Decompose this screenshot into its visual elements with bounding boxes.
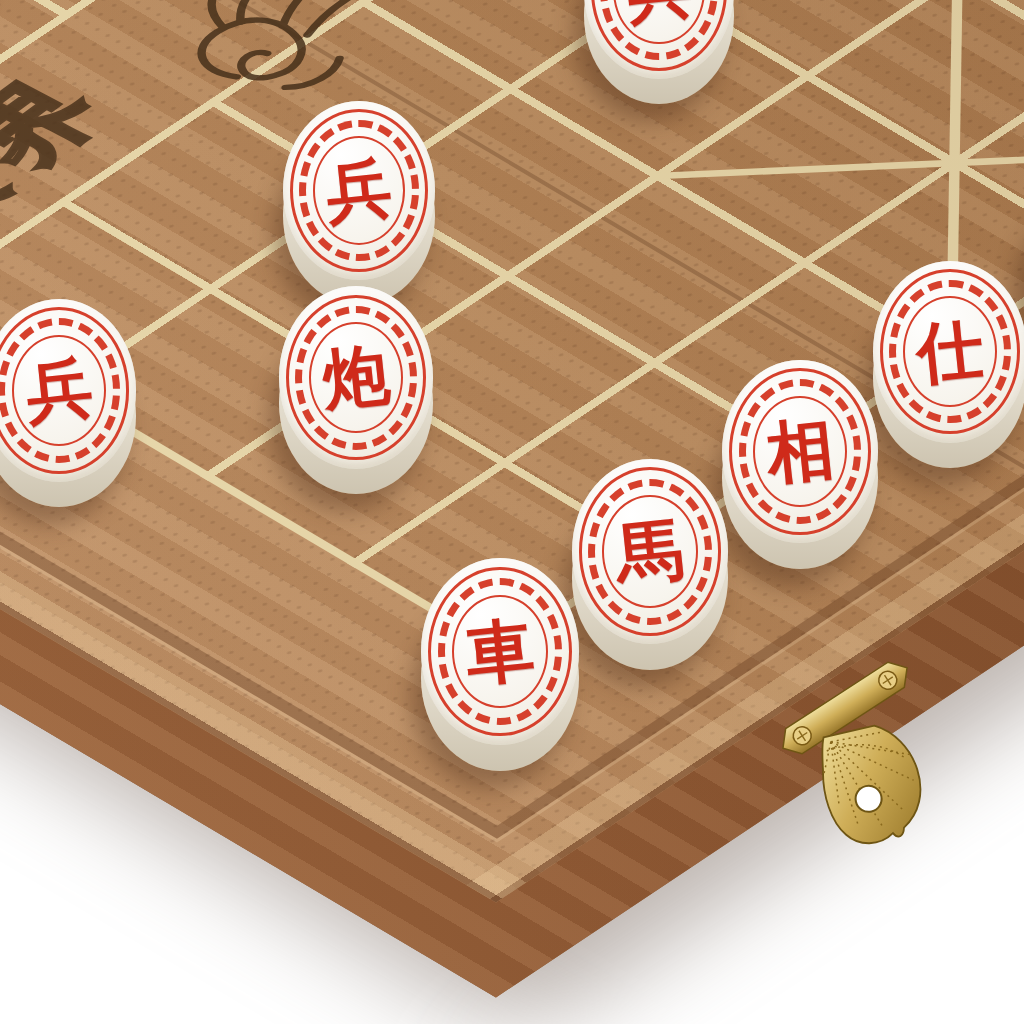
piece-red-horse[interactable]: 馬 — [572, 459, 729, 644]
piece-character: 炮 — [319, 341, 392, 414]
piece-red-soldier[interactable]: 兵 — [283, 101, 435, 281]
piece-red-chariot[interactable]: 車 — [421, 558, 579, 744]
piece-character: 兵 — [624, 0, 695, 26]
piece-face: 仕 — [873, 261, 1024, 443]
piece-red-soldier[interactable]: 兵 — [0, 299, 136, 482]
piece-red-cannon[interactable]: 炮 — [279, 286, 434, 468]
piece-red-soldier[interactable]: 兵 — [584, 0, 734, 79]
piece-character: 兵 — [323, 155, 395, 227]
piece-character: 兵 — [22, 354, 95, 427]
piece-character: 馬 — [613, 515, 687, 589]
piece-face: 馬 — [572, 459, 729, 644]
photo-stage: 漢界 車馬相仕帥仕炮炮兵兵兵兵卒 — [0, 0, 1024, 1024]
piece-character: 仕 — [914, 315, 987, 388]
piece-character: 車 — [463, 614, 538, 689]
piece-face: 炮 — [279, 286, 434, 468]
palace-diagonal — [656, 147, 1024, 180]
piece-red-elephant[interactable]: 相 — [722, 360, 877, 543]
piece-face: 兵 — [283, 101, 435, 281]
piece-face: 車 — [421, 558, 579, 744]
piece-character: 相 — [763, 415, 836, 488]
piece-red-advisor[interactable]: 仕 — [873, 261, 1024, 443]
piece-face: 相 — [722, 360, 877, 543]
